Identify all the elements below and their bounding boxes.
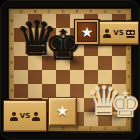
- piece-white-king[interactable]: ♚: [109, 88, 140, 123]
- badge-player-vs-player[interactable]: VS: [3, 100, 47, 132]
- player-icon: [103, 29, 111, 38]
- coord-label: H: [112, 126, 126, 131]
- coord-label: F: [84, 126, 98, 131]
- coord-label: D: [56, 126, 70, 131]
- player-icon: [32, 112, 40, 121]
- square-a3[interactable]: [14, 84, 28, 98]
- coord-label: G: [98, 126, 112, 131]
- square-e3[interactable]: [70, 84, 84, 98]
- star-button-top-face: ★: [78, 23, 96, 41]
- square-b3[interactable]: [28, 84, 42, 98]
- coord-label: E: [70, 126, 84, 131]
- square-h5[interactable]: [112, 56, 126, 70]
- square-e4[interactable]: [70, 70, 84, 84]
- star-icon: ★: [81, 25, 94, 39]
- square-a4[interactable]: [14, 70, 28, 84]
- square-d3[interactable]: [56, 84, 70, 98]
- badge-player-vs-computer[interactable]: VS: [99, 21, 139, 45]
- square-c3[interactable]: [42, 84, 56, 98]
- square-d4[interactable]: [56, 70, 70, 84]
- vs-label: VS: [113, 29, 123, 37]
- square-b4[interactable]: [28, 70, 42, 84]
- star-icon: ★: [56, 104, 69, 119]
- player-icon: [10, 112, 18, 121]
- vs-label: VS: [20, 112, 30, 120]
- coord-label: 4: [126, 70, 131, 84]
- star-button-bottom[interactable]: ★: [48, 97, 77, 126]
- star-button-bottom-face: ★: [52, 101, 73, 122]
- coord-label: 5: [126, 56, 131, 70]
- square-c4[interactable]: [42, 70, 56, 84]
- chess-app-icon: ABCDEFGH ABCDEFGH 87654321 87654321 ♛ ♚ …: [0, 0, 140, 140]
- star-button-top[interactable]: ★: [74, 19, 100, 45]
- computer-icon: [126, 29, 135, 38]
- square-g5[interactable]: [98, 56, 112, 70]
